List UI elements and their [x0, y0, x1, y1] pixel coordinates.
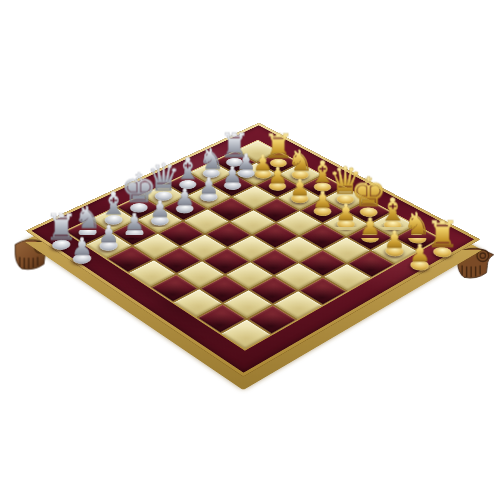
chess-set-product-photo: Metal Greek-mythology chess set — glossy…	[0, 0, 500, 500]
piece-glyph: ♟	[384, 241, 454, 265]
piece-glyph: ♟	[47, 235, 117, 259]
chess-board: ♜♞♝♛♚♝♞♜♟♟♟♟♟♟♟♟♜♞♝♛♚♝♞♜♟♟♟♟♟♟♟♟	[25, 123, 480, 378]
